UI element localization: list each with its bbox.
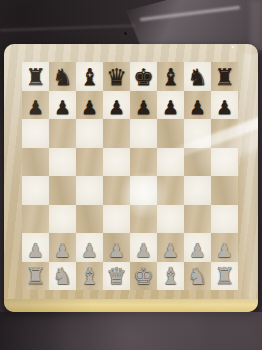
dust-speck bbox=[124, 32, 127, 35]
glare-spot bbox=[118, 172, 170, 218]
plastic-bottom-mottling bbox=[0, 312, 262, 350]
dust-speck bbox=[232, 46, 234, 48]
chess-board: ♜♞♝♛♚♝♞♜♟♟♟♟♟♟♟♟♟♟♟♟♟♟♟♟♜♞♝♛♚♝♞♜ bbox=[4, 44, 258, 312]
plastic-fold-highlight bbox=[126, 0, 262, 50]
glare-right-edge bbox=[238, 54, 258, 299]
photo-background: ♜♞♝♛♚♝♞♜♟♟♟♟♟♟♟♟♟♟♟♟♟♟♟♟♜♞♝♛♚♝♞♜ bbox=[0, 0, 262, 350]
